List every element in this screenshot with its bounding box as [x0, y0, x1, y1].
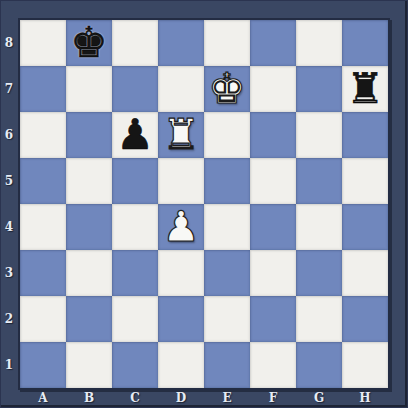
square-h7[interactable]: ♜ [342, 66, 388, 112]
square-h2[interactable] [342, 296, 388, 342]
square-c6[interactable]: ♟ [112, 112, 158, 158]
square-b7[interactable] [66, 66, 112, 112]
square-a4[interactable] [20, 204, 66, 250]
square-c5[interactable] [112, 158, 158, 204]
black-rook[interactable]: ♜ [346, 66, 384, 112]
square-b5[interactable] [66, 158, 112, 204]
square-g2[interactable] [296, 296, 342, 342]
square-f6[interactable] [250, 112, 296, 158]
rank-label-3: 3 [0, 250, 18, 296]
square-g1[interactable] [296, 342, 342, 388]
square-c3[interactable] [112, 250, 158, 296]
square-e6[interactable] [204, 112, 250, 158]
square-f1[interactable] [250, 342, 296, 388]
square-c2[interactable] [112, 296, 158, 342]
square-f2[interactable] [250, 296, 296, 342]
square-b2[interactable] [66, 296, 112, 342]
square-f3[interactable] [250, 250, 296, 296]
file-label-e: E [204, 390, 250, 408]
rank-label-4: 4 [0, 204, 18, 250]
square-d4[interactable]: ♟ [158, 204, 204, 250]
square-a6[interactable] [20, 112, 66, 158]
square-d3[interactable] [158, 250, 204, 296]
rank-label-8: 8 [0, 20, 18, 66]
rank-label-7: 7 [0, 66, 18, 112]
square-d2[interactable] [158, 296, 204, 342]
file-label-h: H [342, 390, 388, 408]
square-d5[interactable] [158, 158, 204, 204]
rank-label-1: 1 [0, 342, 18, 388]
square-e5[interactable] [204, 158, 250, 204]
file-label-d: D [158, 390, 204, 408]
rank-label-5: 5 [0, 158, 18, 204]
square-b8[interactable]: ♚ [66, 20, 112, 66]
square-d8[interactable] [158, 20, 204, 66]
white-pawn[interactable]: ♟ [162, 204, 200, 250]
chess-board: ♚♚♜♟♜♟ [18, 18, 390, 390]
square-g6[interactable] [296, 112, 342, 158]
black-king[interactable]: ♚ [70, 20, 108, 66]
square-d6[interactable]: ♜ [158, 112, 204, 158]
square-c1[interactable] [112, 342, 158, 388]
square-b6[interactable] [66, 112, 112, 158]
square-f4[interactable] [250, 204, 296, 250]
square-f7[interactable] [250, 66, 296, 112]
square-b3[interactable] [66, 250, 112, 296]
square-a8[interactable] [20, 20, 66, 66]
square-c7[interactable] [112, 66, 158, 112]
square-f8[interactable] [250, 20, 296, 66]
square-g4[interactable] [296, 204, 342, 250]
square-h4[interactable] [342, 204, 388, 250]
square-e8[interactable] [204, 20, 250, 66]
square-f5[interactable] [250, 158, 296, 204]
square-g5[interactable] [296, 158, 342, 204]
square-a1[interactable] [20, 342, 66, 388]
square-a3[interactable] [20, 250, 66, 296]
black-pawn[interactable]: ♟ [116, 112, 154, 158]
square-g7[interactable] [296, 66, 342, 112]
square-d1[interactable] [158, 342, 204, 388]
square-g8[interactable] [296, 20, 342, 66]
file-label-f: F [250, 390, 296, 408]
chess-board-frame: ♚♚♜♟♜♟ 87654321 ABCDEFGH [0, 0, 408, 408]
file-label-c: C [112, 390, 158, 408]
file-label-a: A [20, 390, 66, 408]
square-c4[interactable] [112, 204, 158, 250]
square-a5[interactable] [20, 158, 66, 204]
square-g3[interactable] [296, 250, 342, 296]
square-h6[interactable] [342, 112, 388, 158]
square-e1[interactable] [204, 342, 250, 388]
file-label-g: G [296, 390, 342, 408]
square-a2[interactable] [20, 296, 66, 342]
square-e2[interactable] [204, 296, 250, 342]
square-e3[interactable] [204, 250, 250, 296]
white-rook[interactable]: ♜ [162, 112, 200, 158]
square-d7[interactable] [158, 66, 204, 112]
square-e4[interactable] [204, 204, 250, 250]
white-king[interactable]: ♚ [208, 66, 246, 112]
square-b4[interactable] [66, 204, 112, 250]
rank-label-6: 6 [0, 112, 18, 158]
rank-label-2: 2 [0, 296, 18, 342]
square-h8[interactable] [342, 20, 388, 66]
square-h3[interactable] [342, 250, 388, 296]
square-b1[interactable] [66, 342, 112, 388]
file-label-b: B [66, 390, 112, 408]
square-c8[interactable] [112, 20, 158, 66]
square-a7[interactable] [20, 66, 66, 112]
square-h5[interactable] [342, 158, 388, 204]
square-e7[interactable]: ♚ [204, 66, 250, 112]
square-h1[interactable] [342, 342, 388, 388]
